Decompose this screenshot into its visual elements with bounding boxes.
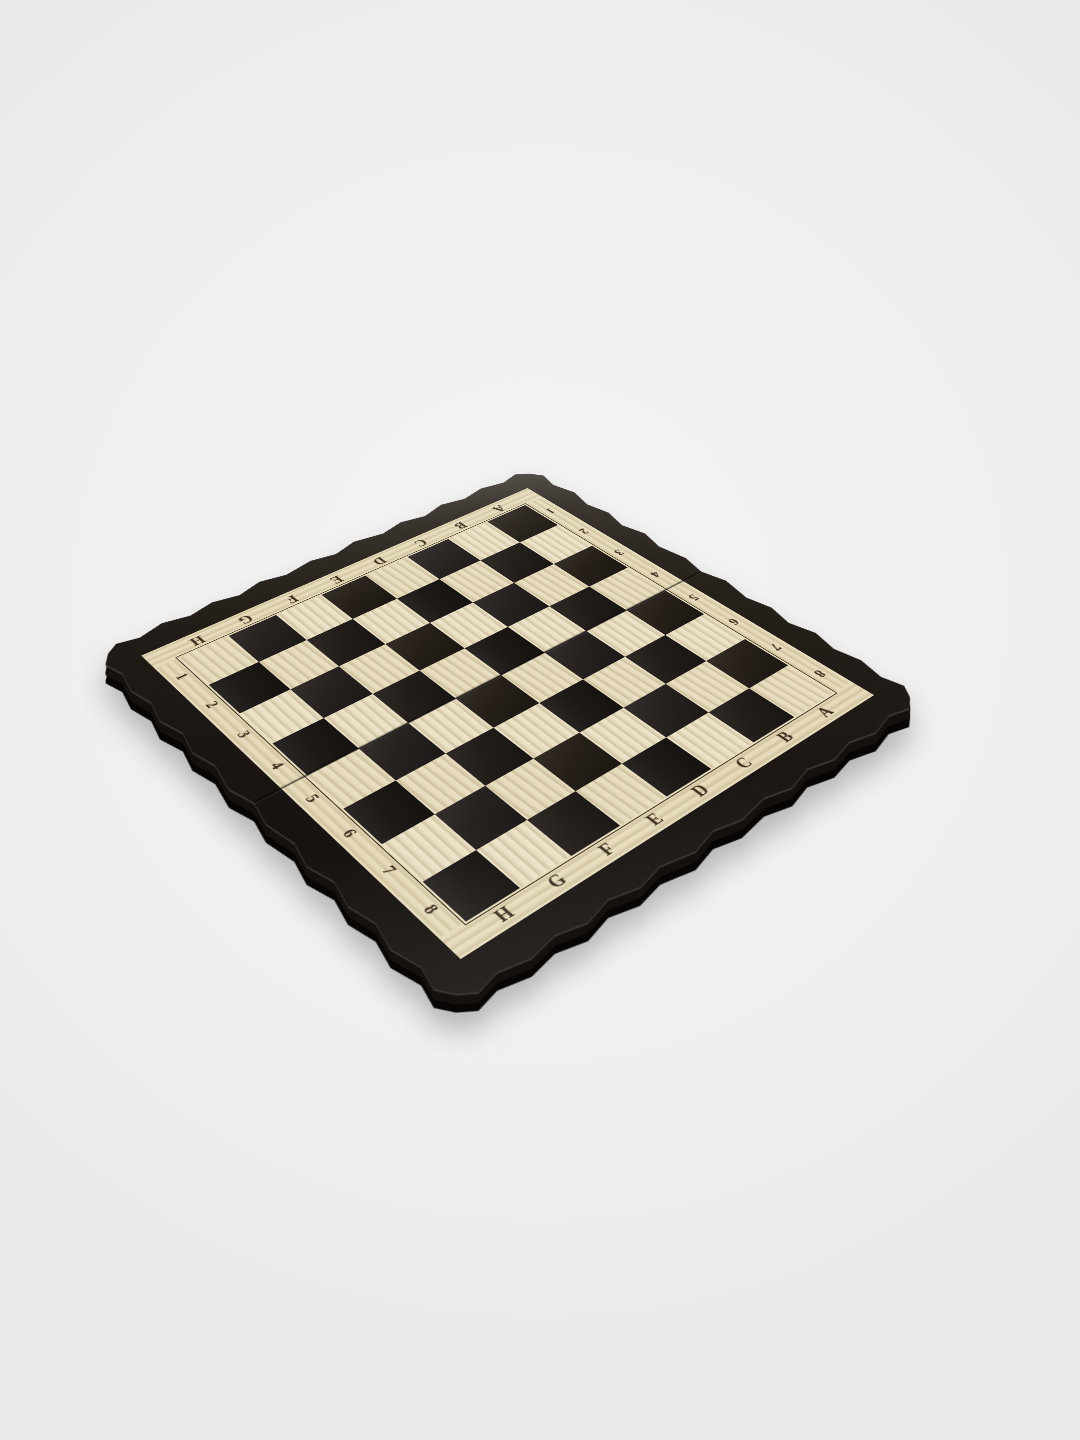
board-cast-shadow: HGFEDCBA HGFEDCBA 12345678 12345678 (201, 375, 801, 975)
playing-area (179, 505, 833, 922)
chessboard: HGFEDCBA HGFEDCBA 12345678 12345678 (87, 465, 933, 1017)
border-band: HGFEDCBA HGFEDCBA 12345678 12345678 (141, 488, 874, 959)
board-frame: HGFEDCBA HGFEDCBA 12345678 12345678 (87, 465, 933, 1017)
product-photo-background: HGFEDCBA HGFEDCBA 12345678 12345678 (0, 0, 1080, 1440)
